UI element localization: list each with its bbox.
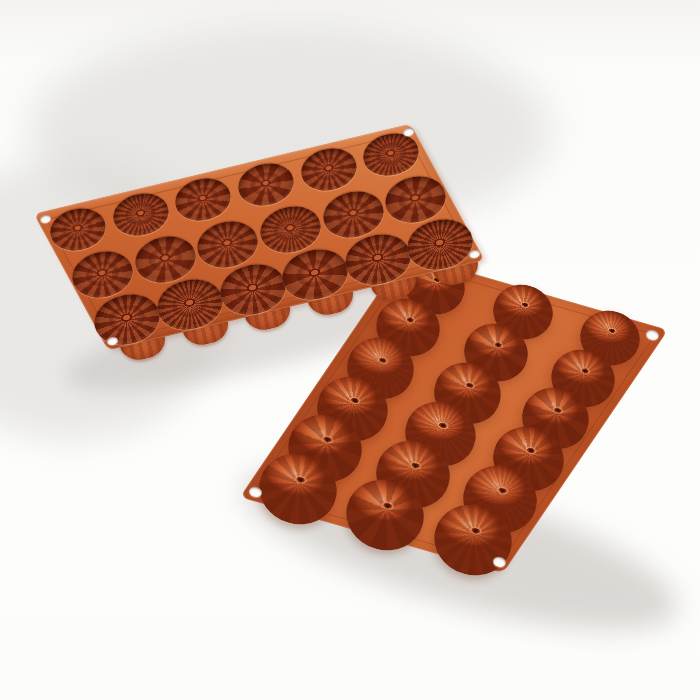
product-photo: Two terracotta silicone 18-cavity mini b…	[0, 0, 700, 700]
